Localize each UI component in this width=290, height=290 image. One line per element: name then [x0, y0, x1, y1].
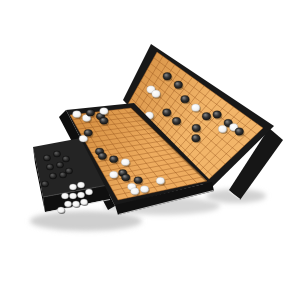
- white-stone: [191, 104, 199, 111]
- black-stone: [53, 151, 60, 157]
- black-stone: [109, 156, 117, 163]
- white-stone: [57, 207, 64, 213]
- black-stone: [100, 117, 108, 124]
- white-stone: [61, 193, 68, 199]
- black-stone: [49, 173, 56, 179]
- black-stone: [41, 181, 48, 187]
- white-stone: [100, 108, 108, 115]
- black-stone: [59, 172, 66, 178]
- black-stone: [122, 174, 130, 181]
- black-stone: [213, 111, 221, 118]
- white-stone: [131, 188, 139, 195]
- white-stone: [121, 159, 129, 166]
- black-stone: [174, 81, 182, 88]
- white-stone: [73, 111, 81, 118]
- black-stone: [192, 135, 200, 142]
- white-stone: [85, 189, 92, 195]
- black-stone: [46, 164, 53, 170]
- white-stone: [77, 182, 84, 188]
- black-stone: [56, 162, 63, 168]
- white-stone: [152, 90, 160, 97]
- white-stone: [80, 199, 87, 205]
- black-stone: [181, 95, 189, 102]
- black-stone: [86, 109, 94, 116]
- white-stone: [77, 192, 84, 198]
- black-stone: [65, 168, 72, 174]
- black-stone: [98, 153, 106, 160]
- black-stone: [172, 117, 180, 124]
- black-stone: [84, 129, 92, 136]
- black-stone: [163, 73, 171, 80]
- black-stone: [163, 109, 171, 116]
- white-stone: [72, 201, 79, 207]
- go-set-photo: [0, 0, 290, 290]
- white-stone: [69, 184, 76, 190]
- black-stone: [134, 177, 142, 184]
- black-stone: [235, 128, 243, 135]
- white-stone: [218, 125, 226, 132]
- white-stone: [69, 193, 76, 199]
- go-set-scene: [0, 0, 290, 290]
- white-stone: [140, 186, 148, 193]
- black-stone: [192, 124, 200, 131]
- white-stone: [156, 177, 164, 184]
- white-stone: [109, 171, 117, 178]
- black-stone: [62, 156, 69, 162]
- white-stone: [64, 201, 71, 207]
- ground-shadow: [30, 211, 142, 231]
- black-stone: [43, 155, 50, 161]
- black-stone: [202, 112, 210, 119]
